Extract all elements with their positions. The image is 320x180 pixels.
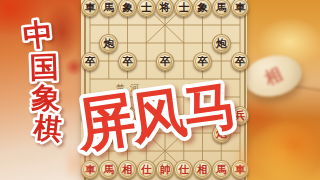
piece-red-rook[interactable]: 車 — [231, 160, 250, 179]
board-cell[interactable] — [118, 70, 137, 88]
photo-piece-glyph: 相 — [260, 62, 285, 90]
board-cell[interactable]: 士 — [137, 0, 156, 16]
board-cell[interactable] — [174, 124, 193, 142]
board-cell[interactable]: 卒 — [81, 52, 100, 70]
board-cell[interactable] — [193, 88, 212, 106]
board-cell[interactable] — [193, 70, 212, 88]
piece-red-soldier[interactable]: 兵 — [231, 106, 250, 125]
board-cell[interactable] — [99, 70, 118, 88]
board-cell[interactable]: 兵 — [193, 106, 212, 124]
board-cell[interactable]: 兵 — [81, 106, 100, 124]
board-cell[interactable] — [174, 106, 193, 124]
piece-black-soldier[interactable]: 卒 — [118, 52, 137, 71]
board-cell[interactable] — [174, 52, 193, 70]
board-cell[interactable] — [99, 16, 118, 34]
board-cell[interactable]: 車 — [231, 0, 250, 16]
board-cell[interactable] — [193, 16, 212, 34]
piece-glyph: 炮 — [216, 128, 227, 139]
piece-glyph: 兵 — [197, 110, 208, 121]
board-cell[interactable] — [174, 70, 193, 88]
piece-black-elephant[interactable]: 象 — [118, 0, 137, 17]
piece-glyph: 車 — [235, 164, 246, 175]
board-cell[interactable]: 卒 — [118, 52, 137, 70]
board-cell[interactable]: 炮 — [212, 124, 231, 142]
piece-black-general[interactable]: 将 — [156, 0, 175, 17]
piece-black-soldier[interactable]: 卒 — [81, 52, 100, 71]
board-cell[interactable]: 車 — [81, 0, 100, 16]
board-cell[interactable]: 象 — [118, 0, 137, 16]
piece-glyph: 馬 — [216, 2, 227, 13]
board-cell[interactable]: 卒 — [156, 52, 175, 70]
piece-black-horse[interactable]: 馬 — [99, 0, 118, 17]
board-cell[interactable] — [137, 70, 156, 88]
board-cell[interactable] — [118, 88, 137, 106]
piece-black-elephant[interactable]: 象 — [193, 0, 212, 17]
piece-red-elephant[interactable]: 相 — [193, 160, 212, 179]
board-cell[interactable]: 象 — [193, 0, 212, 16]
piece-glyph: 兵 — [235, 110, 246, 121]
board-cell[interactable] — [118, 142, 137, 160]
board-cell[interactable] — [81, 124, 100, 142]
board-cell[interactable] — [118, 34, 137, 52]
board-cell[interactable] — [81, 88, 100, 106]
board-cell[interactable] — [118, 124, 137, 142]
piece-red-soldier[interactable]: 兵 — [193, 106, 212, 125]
board-cell[interactable]: 兵 — [231, 106, 250, 124]
board-cell[interactable]: 将 — [156, 0, 175, 16]
board-cell[interactable] — [99, 88, 118, 106]
piece-black-rook[interactable]: 車 — [231, 0, 250, 17]
board-cell[interactable] — [137, 16, 156, 34]
piece-black-horse[interactable]: 馬 — [212, 0, 231, 17]
board-cell[interactable] — [81, 16, 100, 34]
board-cell[interactable] — [81, 142, 100, 160]
piece-glyph: 相 — [197, 164, 208, 175]
board-cell[interactable]: 士 — [174, 0, 193, 16]
piece-glyph: 炮 — [216, 38, 227, 49]
board-cell[interactable]: 卒 — [231, 52, 250, 70]
board-cell[interactable] — [174, 34, 193, 52]
piece-black-cannon[interactable]: 炮 — [99, 34, 118, 53]
piece-glyph: 兵 — [122, 110, 133, 121]
board-cell[interactable] — [118, 16, 137, 34]
board-cell[interactable] — [156, 16, 175, 34]
board-cell[interactable] — [212, 88, 231, 106]
board-cell[interactable]: 車 — [81, 160, 100, 178]
board-cell[interactable]: 帥 — [156, 160, 175, 178]
background-left — [0, 0, 84, 180]
piece-red-elephant[interactable]: 相 — [118, 160, 137, 179]
board-cell[interactable] — [99, 106, 118, 124]
piece-red-cannon[interactable]: 炮 — [99, 124, 118, 143]
piece-red-cannon[interactable]: 炮 — [212, 124, 231, 143]
board-cell[interactable] — [137, 106, 156, 124]
piece-red-advisor[interactable]: 仕 — [174, 160, 193, 179]
piece-red-soldier[interactable]: 兵 — [156, 106, 175, 125]
piece-black-cannon[interactable]: 炮 — [212, 34, 231, 53]
board-cell[interactable]: 兵 — [118, 106, 137, 124]
board-cell[interactable] — [156, 34, 175, 52]
piece-black-advisor[interactable]: 士 — [137, 0, 156, 17]
piece-red-advisor[interactable]: 仕 — [137, 160, 156, 179]
board-cell[interactable] — [231, 124, 250, 142]
board-cell[interactable] — [212, 52, 231, 70]
board-grid: 車馬象士将士象馬車炮炮卒卒卒卒卒兵兵兵兵兵炮炮車馬相仕帥仕相馬車 — [81, 0, 250, 178]
board-cell[interactable] — [174, 88, 193, 106]
board-cell[interactable] — [156, 70, 175, 88]
board-cell[interactable] — [212, 106, 231, 124]
piece-glyph: 卒 — [235, 56, 246, 67]
piece-glyph: 卒 — [197, 56, 208, 67]
piece-glyph: 車 — [85, 164, 96, 175]
piece-glyph: 車 — [85, 2, 96, 13]
piece-glyph: 相 — [122, 164, 133, 175]
piece-glyph: 卒 — [122, 56, 133, 67]
piece-glyph: 帥 — [160, 164, 171, 175]
board-cell[interactable] — [137, 142, 156, 160]
piece-glyph: 象 — [122, 2, 133, 13]
piece-black-soldier[interactable]: 卒 — [156, 52, 175, 71]
board-cell[interactable] — [137, 88, 156, 106]
board-cell[interactable] — [193, 142, 212, 160]
board-cell[interactable] — [137, 52, 156, 70]
piece-glyph: 炮 — [103, 128, 114, 139]
board-cell[interactable]: 炮 — [212, 34, 231, 52]
piece-red-soldier[interactable]: 兵 — [118, 106, 137, 125]
piece-red-rook[interactable]: 車 — [81, 160, 100, 179]
board-cell[interactable] — [231, 16, 250, 34]
board-cell[interactable] — [231, 34, 250, 52]
piece-glyph: 炮 — [103, 38, 114, 49]
board-cell[interactable] — [81, 34, 100, 52]
board-cell[interactable] — [99, 52, 118, 70]
board-cell[interactable] — [212, 16, 231, 34]
board-cell[interactable] — [193, 124, 212, 142]
piece-glyph: 卒 — [160, 56, 171, 67]
board-cell[interactable]: 炮 — [99, 124, 118, 142]
piece-glyph: 士 — [141, 2, 152, 13]
board-cell[interactable] — [137, 34, 156, 52]
board-cell[interactable] — [212, 70, 231, 88]
board-cell[interactable] — [99, 142, 118, 160]
board-cell[interactable]: 馬 — [212, 160, 231, 178]
piece-black-rook[interactable]: 車 — [81, 0, 100, 17]
board-cell[interactable] — [231, 142, 250, 160]
piece-glyph: 士 — [178, 2, 189, 13]
piece-glyph: 馬 — [103, 164, 114, 175]
piece-black-soldier[interactable]: 卒 — [193, 52, 212, 71]
board-cell[interactable] — [193, 34, 212, 52]
piece-glyph: 馬 — [103, 2, 114, 13]
piece-black-soldier[interactable]: 卒 — [231, 52, 250, 71]
piece-glyph: 将 — [160, 2, 171, 13]
piece-glyph: 卒 — [85, 56, 96, 67]
piece-glyph: 兵 — [160, 110, 171, 121]
piece-glyph: 象 — [197, 2, 208, 13]
piece-glyph: 兵 — [85, 110, 96, 121]
piece-glyph: 車 — [235, 2, 246, 13]
board-cell[interactable] — [156, 142, 175, 160]
board-cell[interactable] — [231, 70, 250, 88]
board-cell[interactable] — [156, 124, 175, 142]
piece-red-horse[interactable]: 馬 — [99, 160, 118, 179]
board-cell[interactable] — [156, 88, 175, 106]
board-cell[interactable]: 仕 — [137, 160, 156, 178]
board-cell[interactable]: 相 — [193, 160, 212, 178]
board-cell[interactable] — [212, 142, 231, 160]
board-cell[interactable]: 炮 — [99, 34, 118, 52]
piece-glyph: 馬 — [216, 164, 227, 175]
piece-red-soldier[interactable]: 兵 — [81, 106, 100, 125]
piece-glyph: 仕 — [178, 164, 189, 175]
board-cell[interactable]: 車 — [231, 160, 250, 178]
piece-red-general[interactable]: 帥 — [156, 160, 175, 179]
board-cell[interactable] — [174, 16, 193, 34]
board-cell[interactable] — [231, 88, 250, 106]
board-cell[interactable]: 馬 — [212, 0, 231, 16]
board-cell[interactable]: 馬 — [99, 160, 118, 178]
board-cell[interactable] — [81, 70, 100, 88]
board-cell[interactable]: 馬 — [99, 0, 118, 16]
piece-glyph: 仕 — [141, 164, 152, 175]
board-cell[interactable]: 卒 — [193, 52, 212, 70]
board-cell[interactable] — [174, 142, 193, 160]
board-cell[interactable]: 兵 — [156, 106, 175, 124]
piece-red-horse[interactable]: 馬 — [212, 160, 231, 179]
board-cell[interactable] — [137, 124, 156, 142]
piece-black-advisor[interactable]: 士 — [174, 0, 193, 17]
board-cell[interactable]: 仕 — [174, 160, 193, 178]
board-cell[interactable]: 相 — [118, 160, 137, 178]
